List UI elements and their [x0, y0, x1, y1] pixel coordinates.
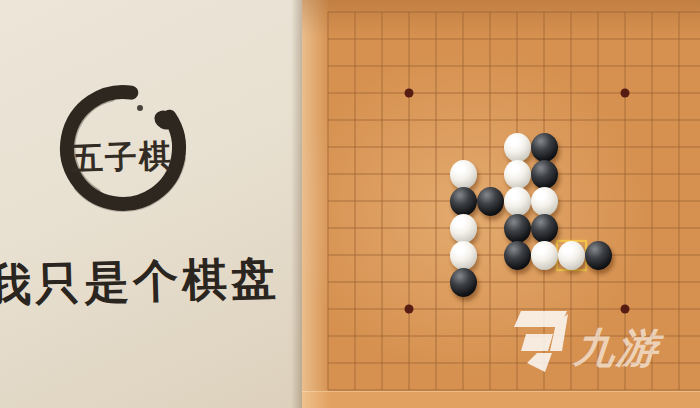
board-cell-9-9 [531, 215, 558, 242]
stone-black [450, 268, 477, 297]
stone-black [450, 187, 477, 216]
stone-white [504, 160, 531, 189]
stone-black [531, 133, 558, 162]
stone-white [504, 187, 531, 216]
stone-white [450, 241, 477, 270]
game-title: 五子棋 [51, 134, 192, 183]
board-cell-10-10 [558, 242, 585, 269]
board-cell-9-10 [531, 242, 558, 269]
gomoku-board[interactable]: 九游 [302, 0, 700, 408]
board-cell-6-10 [450, 242, 477, 269]
watermark-text: 九游 [572, 321, 663, 376]
caption-text: 我只是个棋盘 [0, 248, 281, 316]
board-cell-6-11 [450, 269, 477, 296]
stone-black [504, 214, 531, 243]
stone-white [531, 241, 558, 270]
stone-white [558, 241, 585, 270]
board-cell-11-10 [585, 242, 612, 269]
watermark: 九游 [512, 305, 660, 376]
board-cell-9-7 [531, 161, 558, 188]
stone-white [504, 133, 531, 162]
board-cell-7-8 [477, 188, 504, 215]
board-cell-6-9 [450, 215, 477, 242]
stone-black [504, 241, 531, 270]
board-cell-6-8 [450, 188, 477, 215]
jiuyou-logo-mark [512, 305, 568, 373]
board-cell-8-7 [504, 161, 531, 188]
board-cell-8-6 [504, 134, 531, 161]
left-panel: 五子棋 我只是个棋盘 [0, 0, 302, 408]
stone-black [477, 187, 504, 216]
board-cell-9-6 [531, 134, 558, 161]
stone-white [531, 187, 558, 216]
board-cell-6-7 [450, 161, 477, 188]
board-cell-8-10 [504, 242, 531, 269]
stone-white [450, 214, 477, 243]
gomoku-screen: 五子棋 我只是个棋盘 九游 [0, 0, 700, 408]
board-cell-8-8 [504, 188, 531, 215]
stone-white [450, 160, 477, 189]
board-cell-8-9 [504, 215, 531, 242]
stone-black [531, 214, 558, 243]
enso-ink-drip [137, 105, 143, 111]
stone-black [531, 160, 558, 189]
stone-black [585, 241, 612, 270]
board-cell-9-8 [531, 188, 558, 215]
